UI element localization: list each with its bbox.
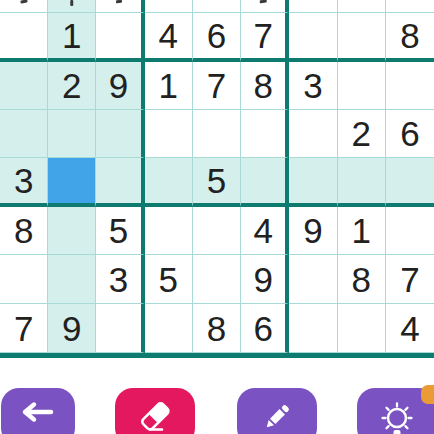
cell-r2c3[interactable]: [96, 0, 144, 13]
cell-r9c6[interactable]: 6: [241, 304, 289, 353]
cell-r2c5[interactable]: [193, 0, 241, 13]
cell-r4c2[interactable]: 2: [48, 62, 96, 110]
cell-r3c8[interactable]: [338, 13, 386, 62]
cell-r3c1[interactable]: [0, 13, 48, 62]
hint-count-badge: [421, 385, 434, 404]
cell-r6c4[interactable]: [145, 158, 193, 207]
cell-r8c7[interactable]: [289, 255, 337, 304]
sudoku-board: 146782917832635854913598779864: [0, 0, 434, 358]
cell-r5c2[interactable]: [48, 110, 96, 158]
cell-r8c9[interactable]: 7: [386, 255, 434, 304]
cell-r4c5[interactable]: 7: [193, 62, 241, 110]
cell-r2c2[interactable]: [48, 0, 96, 13]
digit-fragment: [115, 0, 121, 3]
cell-r4c8[interactable]: [338, 62, 386, 110]
cell-r5c4[interactable]: [145, 110, 193, 158]
cell-r9c2[interactable]: 9: [48, 304, 96, 353]
cell-r7c7[interactable]: 9: [289, 207, 337, 255]
cell-r5c3[interactable]: [96, 110, 144, 158]
cell-r7c1[interactable]: 8: [0, 207, 48, 255]
digit-fragment: [20, 0, 27, 4]
cell-r8c4[interactable]: 5: [145, 255, 193, 304]
cell-r6c2[interactable]: [48, 158, 96, 207]
cell-r2c8[interactable]: [338, 0, 386, 13]
cell-r4c1[interactable]: [0, 62, 48, 110]
cell-r7c9[interactable]: [386, 207, 434, 255]
cell-r8c6[interactable]: 9: [241, 255, 289, 304]
cell-r7c2[interactable]: [48, 207, 96, 255]
cell-r5c8[interactable]: 2: [338, 110, 386, 158]
sudoku-app-screen: 146782917832635854913598779864: [0, 0, 434, 434]
cell-r5c7[interactable]: [289, 110, 337, 158]
cell-r3c4[interactable]: 4: [145, 13, 193, 62]
cell-r5c9[interactable]: 6: [386, 110, 434, 158]
toolbar: [0, 388, 434, 434]
cell-r9c3[interactable]: [96, 304, 144, 353]
cell-r4c9[interactable]: [386, 62, 434, 110]
cell-r8c5[interactable]: [193, 255, 241, 304]
cell-r5c1[interactable]: [0, 110, 48, 158]
cell-r9c4[interactable]: [145, 304, 193, 353]
cell-r8c8[interactable]: 8: [338, 255, 386, 304]
cell-r6c1[interactable]: 3: [0, 158, 48, 207]
back-button[interactable]: [1, 388, 75, 434]
cell-r4c7[interactable]: 3: [289, 62, 337, 110]
cell-r7c8[interactable]: 1: [338, 207, 386, 255]
cell-r6c3[interactable]: [96, 158, 144, 207]
cell-r7c4[interactable]: [145, 207, 193, 255]
cell-r8c3[interactable]: 3: [96, 255, 144, 304]
cell-r3c3[interactable]: [96, 13, 144, 62]
digit-fragment: [260, 0, 267, 3]
cell-r3c7[interactable]: [289, 13, 337, 62]
arrow-left-icon: [20, 388, 56, 426]
cell-r2c7[interactable]: [289, 0, 337, 13]
cell-r8c1[interactable]: [0, 255, 48, 304]
erase-button[interactable]: [115, 388, 195, 434]
cell-r9c5[interactable]: 8: [193, 304, 241, 353]
digit-fragment: [70, 0, 74, 6]
cell-r2c9[interactable]: [386, 0, 434, 13]
notes-pencil-button[interactable]: [237, 388, 317, 434]
cell-r6c7[interactable]: [289, 158, 337, 207]
cell-r9c7[interactable]: [289, 304, 337, 353]
cell-r3c5[interactable]: 6: [193, 13, 241, 62]
cell-r9c8[interactable]: [338, 304, 386, 353]
hint-button[interactable]: [357, 388, 434, 434]
cell-r6c6[interactable]: [241, 158, 289, 207]
cell-r2c1[interactable]: [0, 0, 48, 13]
cell-r5c5[interactable]: [193, 110, 241, 158]
pencil-icon: [261, 388, 293, 434]
cell-r7c3[interactable]: 5: [96, 207, 144, 255]
lightbulb-icon: [376, 388, 418, 434]
cell-r2c6[interactable]: [241, 0, 289, 13]
cell-r4c4[interactable]: 1: [145, 62, 193, 110]
cell-r6c5[interactable]: 5: [193, 158, 241, 207]
cell-r3c6[interactable]: 7: [241, 13, 289, 62]
cell-r8c2[interactable]: [48, 255, 96, 304]
cell-r4c3[interactable]: 9: [96, 62, 144, 110]
cell-r7c5[interactable]: [193, 207, 241, 255]
cell-r6c8[interactable]: [338, 158, 386, 207]
cell-r4c6[interactable]: 8: [241, 62, 289, 110]
cell-r9c1[interactable]: 7: [0, 304, 48, 353]
cell-r6c9[interactable]: [386, 158, 434, 207]
cell-r2c4[interactable]: [145, 0, 193, 13]
cell-r9c9[interactable]: 4: [386, 304, 434, 353]
eraser-icon: [138, 388, 172, 434]
cell-r7c6[interactable]: 4: [241, 207, 289, 255]
cell-r3c9[interactable]: 8: [386, 13, 434, 62]
cell-r3c2[interactable]: 1: [48, 13, 96, 62]
cell-r5c6[interactable]: [241, 110, 289, 158]
